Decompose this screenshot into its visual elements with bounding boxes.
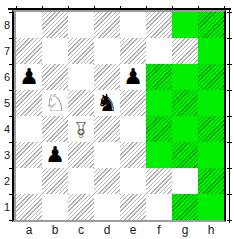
frame-tick [227, 168, 232, 169]
frame-tick [227, 220, 232, 221]
square-f7[interactable] [146, 38, 172, 64]
square-f5[interactable] [146, 90, 172, 116]
file-label-a: a [16, 223, 42, 237]
square-a1[interactable] [16, 194, 42, 220]
square-b4[interactable] [42, 116, 68, 142]
square-g5[interactable] [172, 90, 198, 116]
black-pawn[interactable]: ♟ [19, 66, 39, 88]
square-e1[interactable] [120, 194, 146, 220]
black-knight[interactable]: ♞ [96, 91, 118, 115]
square-c1[interactable] [68, 194, 94, 220]
square-h2[interactable] [198, 168, 224, 194]
frame-tick [227, 12, 232, 13]
square-a5[interactable] [16, 90, 42, 116]
square-e6[interactable]: ♟ [120, 64, 146, 90]
square-h1[interactable] [198, 194, 224, 220]
square-b7[interactable] [42, 38, 68, 64]
square-h7[interactable] [198, 38, 224, 64]
chess-board[interactable]: ♟♟♘♞♗♟ [16, 12, 224, 220]
frame-tick [146, 6, 147, 10]
square-g8[interactable] [172, 12, 198, 38]
square-a6[interactable]: ♟ [16, 64, 42, 90]
square-g2[interactable] [172, 168, 198, 194]
file-label-f: f [146, 223, 172, 237]
square-g3[interactable] [172, 142, 198, 168]
frame-tick [224, 6, 225, 10]
square-d8[interactable] [94, 12, 120, 38]
frame-tick [227, 142, 232, 143]
square-a3[interactable] [16, 142, 42, 168]
frame-tick [227, 116, 232, 117]
square-c7[interactable] [68, 38, 94, 64]
square-e4[interactable] [120, 116, 146, 142]
square-c2[interactable] [68, 168, 94, 194]
square-g4[interactable] [172, 116, 198, 142]
rank-label-4: 4 [0, 116, 11, 142]
square-e8[interactable] [120, 12, 146, 38]
square-g1[interactable] [172, 194, 198, 220]
frame-tick [198, 6, 199, 10]
square-a2[interactable] [16, 168, 42, 194]
square-e3[interactable] [120, 142, 146, 168]
square-f8[interactable] [146, 12, 172, 38]
square-g7[interactable] [172, 38, 198, 64]
file-label-b: b [42, 223, 68, 237]
frame-tick [9, 142, 13, 143]
file-labels: abcdefgh [16, 223, 224, 237]
frame-tick [9, 220, 13, 221]
rank-label-5: 5 [0, 90, 11, 116]
frame-tick [9, 116, 13, 117]
rank-label-7: 7 [0, 38, 11, 64]
rank-label-6: 6 [0, 64, 11, 90]
square-d3[interactable] [94, 142, 120, 168]
square-c3[interactable] [68, 142, 94, 168]
square-d6[interactable] [94, 64, 120, 90]
square-e5[interactable] [120, 90, 146, 116]
square-b2[interactable] [42, 168, 68, 194]
file-label-d: d [94, 223, 120, 237]
square-b3[interactable]: ♟ [42, 142, 68, 168]
file-label-e: e [120, 223, 146, 237]
square-a8[interactable] [16, 12, 42, 38]
square-f4[interactable] [146, 116, 172, 142]
frame-tick [9, 168, 13, 169]
square-c6[interactable] [68, 64, 94, 90]
rank-label-1: 1 [0, 194, 11, 220]
white-bishop-inverted[interactable]: ♗ [71, 118, 91, 140]
square-c4[interactable]: ♗ [68, 116, 94, 142]
square-f3[interactable] [146, 142, 172, 168]
square-h3[interactable] [198, 142, 224, 168]
frame-tick [94, 6, 95, 10]
white-knight[interactable]: ♘ [44, 91, 66, 115]
square-b6[interactable] [42, 64, 68, 90]
square-b8[interactable] [42, 12, 68, 38]
square-d4[interactable] [94, 116, 120, 142]
square-f2[interactable] [146, 168, 172, 194]
frame-tick [16, 6, 17, 10]
square-d5[interactable]: ♞ [94, 90, 120, 116]
frame-tick [42, 6, 43, 10]
rank-label-2: 2 [0, 168, 11, 194]
frame-tick [9, 64, 13, 65]
square-b1[interactable] [42, 194, 68, 220]
frame-tick [9, 38, 13, 39]
rank-label-3: 3 [0, 142, 11, 168]
frame-tick [120, 6, 121, 10]
frame-tick [9, 12, 13, 13]
square-d1[interactable] [94, 194, 120, 220]
square-a7[interactable] [16, 38, 42, 64]
square-e7[interactable] [120, 38, 146, 64]
frame-tick [227, 90, 232, 91]
board-frame: ♟♟♘♞♗♟ [12, 10, 226, 222]
frame-tick [227, 38, 232, 39]
square-h5[interactable] [198, 90, 224, 116]
file-label-g: g [172, 223, 198, 237]
black-pawn[interactable]: ♟ [45, 144, 65, 166]
chess-diagram: 87654321 ♟♟♘♞♗♟ abcdefgh [0, 0, 234, 239]
square-c8[interactable] [68, 12, 94, 38]
square-b5[interactable]: ♘ [42, 90, 68, 116]
square-a4[interactable] [16, 116, 42, 142]
square-h8[interactable] [198, 12, 224, 38]
frame-tick [227, 64, 232, 65]
square-c5[interactable] [68, 90, 94, 116]
square-e2[interactable] [120, 168, 146, 194]
square-d2[interactable] [94, 168, 120, 194]
square-g6[interactable] [172, 64, 198, 90]
file-label-h: h [198, 223, 224, 237]
frame-tick [172, 6, 173, 10]
square-f1[interactable] [146, 194, 172, 220]
square-h6[interactable] [198, 64, 224, 90]
square-h4[interactable] [198, 116, 224, 142]
black-pawn[interactable]: ♟ [123, 66, 143, 88]
frame-tick [9, 194, 13, 195]
file-label-c: c [68, 223, 94, 237]
square-d7[interactable] [94, 38, 120, 64]
frame-tick [9, 90, 13, 91]
square-f6[interactable] [146, 64, 172, 90]
frame-tick [227, 194, 232, 195]
rank-label-8: 8 [0, 12, 11, 38]
frame-tick [68, 6, 69, 10]
